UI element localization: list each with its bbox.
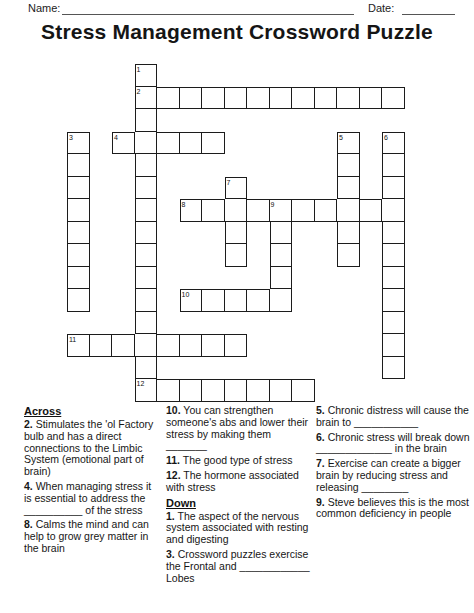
void-cell xyxy=(90,154,113,177)
void-cell xyxy=(382,109,405,132)
down-heading: Down xyxy=(166,497,311,509)
void-cell xyxy=(360,222,383,245)
void-cell xyxy=(90,199,113,222)
crossword-cell[interactable]: 9 xyxy=(270,199,293,222)
clue-across-11: 11. The good type of stress xyxy=(166,455,311,467)
void-cell xyxy=(180,357,203,380)
void-cell xyxy=(180,222,203,245)
clue-number: 4. xyxy=(24,480,33,492)
void-cell xyxy=(292,312,315,335)
crossword-cell[interactable]: 2 xyxy=(135,87,158,110)
crossword-cell[interactable] xyxy=(225,289,248,312)
date-label: Date: xyxy=(368,2,394,14)
crossword-cell[interactable] xyxy=(135,334,158,357)
void-cell xyxy=(180,154,203,177)
date-blank-line[interactable] xyxy=(402,1,455,15)
clue-across-8: 8. Calms the mind and can help to grow g… xyxy=(24,519,161,554)
crossword-cell[interactable]: 11 xyxy=(67,334,90,357)
crossword-cell[interactable] xyxy=(315,87,338,110)
crossword-cell[interactable] xyxy=(135,132,158,155)
crossword-cell[interactable] xyxy=(90,334,113,357)
crossword-cell[interactable] xyxy=(202,289,225,312)
crossword-cell[interactable] xyxy=(135,289,158,312)
void-cell xyxy=(247,64,270,87)
across-heading: Across xyxy=(24,405,161,417)
void-cell xyxy=(157,244,180,267)
void-cell xyxy=(315,289,338,312)
void-cell xyxy=(202,312,225,335)
void-cell xyxy=(90,289,113,312)
void-cell xyxy=(157,177,180,200)
clue-across-10: 10. You can strengthen someone's abs and… xyxy=(166,405,311,452)
void-cell xyxy=(112,289,135,312)
crossword-cell[interactable] xyxy=(292,199,315,222)
void-cell xyxy=(360,379,383,402)
crossword-cell[interactable] xyxy=(247,289,270,312)
crossword-cell[interactable] xyxy=(382,312,405,335)
cell-number-label: 3 xyxy=(69,133,73,142)
crossword-cell[interactable] xyxy=(225,222,248,245)
void-cell xyxy=(360,357,383,380)
crossword-cell[interactable] xyxy=(225,244,248,267)
void-cell xyxy=(337,109,360,132)
void-cell xyxy=(112,177,135,200)
void-cell xyxy=(247,154,270,177)
void-cell xyxy=(225,64,248,87)
void-cell xyxy=(247,177,270,200)
void-cell xyxy=(292,154,315,177)
crossword-cell[interactable] xyxy=(382,244,405,267)
void-cell xyxy=(360,289,383,312)
crossword-cell[interactable] xyxy=(270,87,293,110)
void-cell xyxy=(112,267,135,290)
void-cell xyxy=(292,244,315,267)
worksheet-page: Name: Date: Stress Management Crossword … xyxy=(0,0,474,613)
void-cell xyxy=(90,312,113,335)
void-cell xyxy=(247,334,270,357)
clue-down-5: 5. Chronic distress will cause the brain… xyxy=(316,405,474,429)
void-cell xyxy=(292,222,315,245)
void-cell xyxy=(292,177,315,200)
void-cell xyxy=(157,222,180,245)
crossword-cell[interactable]: 10 xyxy=(180,289,203,312)
clues-column-2: 10. You can strengthen someone's abs and… xyxy=(166,405,311,587)
void-cell xyxy=(202,222,225,245)
void-cell xyxy=(180,177,203,200)
void-cell xyxy=(270,177,293,200)
clue-number: 1. xyxy=(166,510,175,522)
crossword-cell[interactable] xyxy=(270,379,293,402)
void-cell xyxy=(360,154,383,177)
void-cell xyxy=(112,87,135,110)
clue-down-3: 3. Crossword puzzles exercise the Fronta… xyxy=(166,549,311,584)
void-cell xyxy=(67,357,90,380)
cell-number-label: 6 xyxy=(384,133,388,142)
void-cell xyxy=(180,267,203,290)
clue-down-7: 7. Exercise can create a bigger brain by… xyxy=(316,458,474,493)
void-cell xyxy=(112,312,135,335)
crossword-cell[interactable] xyxy=(67,244,90,267)
void-cell xyxy=(90,267,113,290)
clues-column-1: Across 2. Stimulates the 'ol Factory bul… xyxy=(24,405,161,587)
void-cell xyxy=(157,199,180,222)
void-cell xyxy=(270,334,293,357)
crossword-cell[interactable] xyxy=(337,177,360,200)
crossword-cell[interactable] xyxy=(67,154,90,177)
clues-section: Across 2. Stimulates the 'ol Factory bul… xyxy=(24,405,470,587)
void-cell xyxy=(180,312,203,335)
clue-number: 10. xyxy=(166,404,181,416)
crossword-cell[interactable] xyxy=(225,87,248,110)
void-cell xyxy=(112,244,135,267)
void-cell xyxy=(292,64,315,87)
void-cell xyxy=(337,64,360,87)
void-cell xyxy=(360,267,383,290)
crossword-cell[interactable] xyxy=(382,154,405,177)
void-cell xyxy=(382,64,405,87)
clue-number: 12. xyxy=(166,469,181,481)
void-cell xyxy=(202,177,225,200)
crossword-cell[interactable] xyxy=(337,87,360,110)
crossword-cell[interactable] xyxy=(337,222,360,245)
crossword-cell[interactable]: 8 xyxy=(180,199,203,222)
crossword-cell[interactable] xyxy=(202,334,225,357)
page-title: Stress Management Crossword Puzzle xyxy=(0,20,474,44)
void-cell xyxy=(337,357,360,380)
crossword-cell[interactable] xyxy=(247,379,270,402)
crossword-cell[interactable]: 7 xyxy=(225,177,248,200)
clue-number: 7. xyxy=(316,457,325,469)
crossword-cell[interactable] xyxy=(225,334,248,357)
void-cell xyxy=(112,109,135,132)
void-cell xyxy=(90,87,113,110)
crossword-cell[interactable]: 5 xyxy=(337,132,360,155)
void-cell xyxy=(112,64,135,87)
void-cell xyxy=(247,222,270,245)
void-cell xyxy=(292,289,315,312)
clue-text: Chronic distress will cause the brain to… xyxy=(316,404,469,428)
void-cell xyxy=(360,334,383,357)
crossword-cell[interactable] xyxy=(270,289,293,312)
cell-number-label: 4 xyxy=(114,133,118,142)
void-cell xyxy=(315,222,338,245)
void-cell xyxy=(315,334,338,357)
crossword-cell[interactable] xyxy=(135,199,158,222)
crossword-cell[interactable] xyxy=(382,87,405,110)
clue-text: The hormone associated with stress xyxy=(166,469,299,493)
crossword-cell[interactable] xyxy=(112,334,135,357)
crossword-cell[interactable] xyxy=(382,357,405,380)
crossword-cell[interactable] xyxy=(337,199,360,222)
crossword-cell[interactable] xyxy=(202,199,225,222)
void-cell xyxy=(180,109,203,132)
cell-number-label: 8 xyxy=(182,200,186,209)
void-cell xyxy=(112,357,135,380)
crossword-cell[interactable] xyxy=(67,199,90,222)
clue-text: Crossword puzzles exercise the Frontal a… xyxy=(166,548,310,584)
clue-across-2: 2. Stimulates the 'ol Factory bulb and h… xyxy=(24,419,161,478)
crossword-cell[interactable] xyxy=(135,222,158,245)
crossword-cell[interactable] xyxy=(135,244,158,267)
clue-number: 3. xyxy=(166,548,175,560)
void-cell xyxy=(247,312,270,335)
void-cell xyxy=(67,87,90,110)
crossword-cell[interactable] xyxy=(225,379,248,402)
void-cell xyxy=(202,357,225,380)
void-cell xyxy=(292,109,315,132)
void-cell xyxy=(202,244,225,267)
cell-number-label: 12 xyxy=(137,379,145,388)
void-cell xyxy=(360,109,383,132)
void-cell xyxy=(292,132,315,155)
name-blank-line[interactable] xyxy=(62,1,354,15)
clue-number: 9. xyxy=(316,496,325,508)
clue-text: When managing stress it is essential to … xyxy=(24,480,151,516)
crossword-cell[interactable] xyxy=(202,379,225,402)
void-cell xyxy=(292,267,315,290)
crossword-cell[interactable] xyxy=(382,267,405,290)
void-cell xyxy=(157,357,180,380)
void-cell xyxy=(225,154,248,177)
void-cell xyxy=(337,334,360,357)
void-cell xyxy=(292,334,315,357)
crossword-cell[interactable] xyxy=(382,177,405,200)
void-cell xyxy=(157,64,180,87)
cell-number-label: 9 xyxy=(271,200,275,209)
crossword-grid: 123456789101112 xyxy=(67,64,405,402)
crossword-cell[interactable] xyxy=(67,222,90,245)
void-cell xyxy=(67,109,90,132)
crossword-cell[interactable] xyxy=(135,267,158,290)
void-cell xyxy=(90,357,113,380)
void-cell xyxy=(270,64,293,87)
void-cell xyxy=(315,132,338,155)
void-cell xyxy=(337,267,360,290)
cell-number-label: 2 xyxy=(137,87,141,96)
crossword-cell[interactable] xyxy=(360,87,383,110)
crossword-cell[interactable]: 6 xyxy=(382,132,405,155)
clue-number: 5. xyxy=(316,404,325,416)
crossword-cell[interactable] xyxy=(247,87,270,110)
clue-number: 8. xyxy=(24,518,33,530)
crossword-cell[interactable]: 1 xyxy=(135,64,158,87)
void-cell xyxy=(315,357,338,380)
void-cell xyxy=(157,312,180,335)
crossword-cell[interactable] xyxy=(382,222,405,245)
void-cell xyxy=(315,154,338,177)
crossword-cell[interactable] xyxy=(157,132,180,155)
void-cell xyxy=(270,357,293,380)
clue-across-4: 4. When managing stress it is essential … xyxy=(24,481,161,516)
crossword-cell[interactable] xyxy=(382,334,405,357)
clue-number: 11. xyxy=(166,454,180,466)
void-cell xyxy=(90,109,113,132)
clue-number: 6. xyxy=(316,431,325,443)
crossword-cell[interactable]: 12 xyxy=(135,379,158,402)
cell-number-label: 5 xyxy=(339,133,343,142)
crossword-cell[interactable] xyxy=(157,334,180,357)
void-cell xyxy=(225,267,248,290)
void-cell xyxy=(247,109,270,132)
crossword-cell[interactable] xyxy=(157,87,180,110)
void-cell xyxy=(337,379,360,402)
void-cell xyxy=(202,267,225,290)
crossword-cell[interactable] xyxy=(180,334,203,357)
void-cell xyxy=(360,64,383,87)
crossword-cell[interactable] xyxy=(270,244,293,267)
clue-across-12: 12. The hormone associated with stress xyxy=(166,470,311,494)
void-cell xyxy=(315,379,338,402)
void-cell xyxy=(270,312,293,335)
void-cell xyxy=(180,64,203,87)
void-cell xyxy=(202,64,225,87)
crossword-cell[interactable] xyxy=(382,289,405,312)
void-cell xyxy=(360,244,383,267)
cell-number-label: 10 xyxy=(182,290,190,299)
void-cell xyxy=(270,109,293,132)
crossword-cell[interactable] xyxy=(315,199,338,222)
void-cell xyxy=(112,154,135,177)
crossword-cell[interactable] xyxy=(337,244,360,267)
crossword-cell[interactable] xyxy=(180,132,203,155)
void-cell xyxy=(157,109,180,132)
crossword-cell[interactable] xyxy=(135,154,158,177)
void-cell xyxy=(315,244,338,267)
void-cell xyxy=(202,109,225,132)
clue-text: You can strengthen someone's abs and low… xyxy=(166,404,308,451)
crossword-cell[interactable] xyxy=(292,87,315,110)
crossword-cell[interactable] xyxy=(292,379,315,402)
void-cell xyxy=(360,177,383,200)
void-cell xyxy=(292,357,315,380)
crossword-cell[interactable] xyxy=(202,87,225,110)
clue-down-9: 9. Steve believes this is the most commo… xyxy=(316,497,474,521)
void-cell xyxy=(247,267,270,290)
void-cell xyxy=(315,109,338,132)
crossword-cell[interactable] xyxy=(67,267,90,290)
void-cell xyxy=(157,289,180,312)
name-label: Name: xyxy=(28,2,60,14)
clue-text: The aspect of the nervous system associa… xyxy=(166,510,308,546)
clue-down-6: 6. Chronic stress will break down ______… xyxy=(316,432,474,456)
void-cell xyxy=(315,177,338,200)
crossword-cell[interactable] xyxy=(270,267,293,290)
void-cell xyxy=(270,154,293,177)
crossword-cell[interactable] xyxy=(135,312,158,335)
clue-text: Stimulates the 'ol Factory bulb and has … xyxy=(24,418,153,477)
crossword-cell[interactable] xyxy=(225,199,248,222)
clue-down-1: 1. The aspect of the nervous system asso… xyxy=(166,511,311,546)
void-cell xyxy=(225,312,248,335)
clue-text: Exercise can create a bigger brain by re… xyxy=(316,457,461,493)
void-cell xyxy=(360,132,383,155)
clue-number: 2. xyxy=(24,418,33,430)
void-cell xyxy=(247,132,270,155)
void-cell xyxy=(157,267,180,290)
clue-text: Calms the mind and can help to grow grey… xyxy=(24,518,149,554)
void-cell xyxy=(315,312,338,335)
void-cell xyxy=(247,357,270,380)
crossword-cell[interactable] xyxy=(382,199,405,222)
crossword-cell[interactable]: 4 xyxy=(112,132,135,155)
void-cell xyxy=(112,379,135,402)
crossword-cell[interactable] xyxy=(180,87,203,110)
crossword-cell[interactable] xyxy=(67,177,90,200)
void-cell xyxy=(67,312,90,335)
crossword-cell[interactable] xyxy=(67,289,90,312)
crossword-cell[interactable] xyxy=(360,199,383,222)
void-cell xyxy=(90,177,113,200)
crossword-cell[interactable] xyxy=(180,379,203,402)
void-cell xyxy=(382,379,405,402)
crossword-cell[interactable] xyxy=(337,154,360,177)
crossword-cell[interactable] xyxy=(157,379,180,402)
void-cell xyxy=(270,132,293,155)
void-cell xyxy=(337,312,360,335)
crossword-cell[interactable] xyxy=(135,109,158,132)
crossword-cell[interactable] xyxy=(247,199,270,222)
cell-number-label: 11 xyxy=(69,335,76,344)
clue-text: Chronic stress will break down _________… xyxy=(316,431,470,455)
void-cell xyxy=(90,244,113,267)
void-cell xyxy=(360,312,383,335)
void-cell xyxy=(315,267,338,290)
void-cell xyxy=(67,379,90,402)
void-cell xyxy=(90,132,113,155)
clue-text: Steve believes this is the most common d… xyxy=(316,496,469,520)
void-cell xyxy=(337,289,360,312)
void-cell xyxy=(90,222,113,245)
void-cell xyxy=(225,132,248,155)
cell-number-label: 1 xyxy=(137,65,141,74)
crossword-cell[interactable] xyxy=(270,222,293,245)
crossword-cell[interactable] xyxy=(135,177,158,200)
void-cell xyxy=(180,244,203,267)
void-cell xyxy=(202,154,225,177)
crossword-cell[interactable] xyxy=(135,357,158,380)
void-cell xyxy=(157,154,180,177)
clue-text: The good type of stress xyxy=(183,454,293,466)
void-cell xyxy=(67,64,90,87)
crossword-cell[interactable] xyxy=(202,132,225,155)
cell-number-label: 7 xyxy=(227,178,231,187)
void-cell xyxy=(90,64,113,87)
void-cell xyxy=(225,357,248,380)
void-cell xyxy=(315,64,338,87)
crossword-cell[interactable]: 3 xyxy=(67,132,90,155)
void-cell xyxy=(225,109,248,132)
void-cell xyxy=(112,222,135,245)
void-cell xyxy=(90,379,113,402)
clues-column-3: 5. Chronic distress will cause the brain… xyxy=(316,405,474,587)
void-cell xyxy=(247,244,270,267)
void-cell xyxy=(112,199,135,222)
